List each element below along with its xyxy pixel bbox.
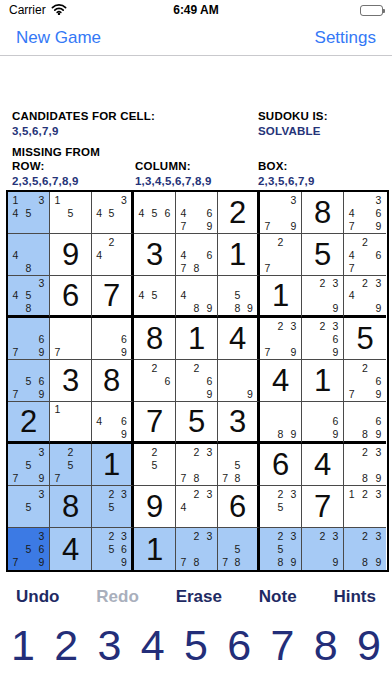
note-digit <box>135 361 148 374</box>
cell-r4c2[interactable]: 7 <box>50 318 92 360</box>
cell-r7c1[interactable]: 3579 <box>8 444 50 486</box>
note-digit <box>93 428 105 440</box>
note-digit: 3 <box>203 445 216 458</box>
redo-button[interactable]: Redo <box>96 587 139 607</box>
note-digit <box>93 319 105 332</box>
note-button[interactable]: Note <box>259 587 297 607</box>
cell-r9c3[interactable]: 23569 <box>92 528 134 570</box>
numpad-2[interactable]: 2 <box>54 622 78 669</box>
note-digit <box>9 500 22 513</box>
new-game-button[interactable]: New Game <box>16 28 101 48</box>
cell-r5c1[interactable]: 5679 <box>8 360 50 402</box>
candidate-notes: 5679 <box>9 361 48 400</box>
note-digit: 3 <box>287 319 300 332</box>
note-digit <box>219 445 231 458</box>
cell-r2c8[interactable]: 5 <box>302 234 344 276</box>
note-digit: 2 <box>64 445 77 458</box>
note-digit <box>51 319 64 332</box>
note-digit <box>203 513 216 526</box>
candidate-notes: 235 <box>261 487 300 526</box>
cell-r2c7[interactable]: 27 <box>260 234 302 276</box>
numpad-3[interactable]: 3 <box>98 622 122 669</box>
note-digit: 3 <box>118 529 130 542</box>
note-digit: 8 <box>231 471 243 484</box>
cell-r8c7[interactable]: 235 <box>260 486 302 528</box>
cell-r1c7[interactable]: 379 <box>260 192 302 234</box>
note-digit: 6 <box>35 542 48 555</box>
battery-icon <box>360 5 383 16</box>
note-digit: 5 <box>22 374 35 387</box>
note-digit <box>35 500 48 513</box>
candidate-notes: 69 <box>93 319 130 358</box>
note-digit <box>190 193 203 206</box>
cell-r4c6[interactable]: 4 <box>218 318 260 360</box>
note-digit <box>177 445 190 458</box>
info-panel: CANDIDATES FOR CELL: 3,5,6,7,9 SUDOKU IS… <box>12 110 392 188</box>
note-digit <box>316 289 329 301</box>
note-digit <box>161 445 174 458</box>
candidate-notes: 2378 <box>177 445 216 484</box>
note-digit <box>93 193 105 206</box>
note-digit: 2 <box>358 361 371 374</box>
cell-r8c4[interactable]: 9 <box>134 486 176 528</box>
note-digit: 4 <box>345 289 358 301</box>
note-digit <box>287 500 300 513</box>
cell-r1c2[interactable]: 15 <box>50 192 92 234</box>
note-digit <box>135 374 148 387</box>
cell-r3c8[interactable]: 239 <box>302 276 344 318</box>
note-digit <box>203 289 216 301</box>
note-digit <box>219 277 231 289</box>
cell-r9c8[interactable]: 239 <box>302 528 344 570</box>
note-digit <box>274 332 287 345</box>
note-digit <box>345 458 358 471</box>
candidate-notes: 26 <box>135 361 174 400</box>
note-digit <box>64 345 77 358</box>
note-digit <box>93 556 105 569</box>
note-digit: 7 <box>261 345 274 358</box>
note-digit <box>161 289 174 301</box>
note-digit <box>118 235 130 248</box>
cell-r2c3[interactable]: 24 <box>92 234 134 276</box>
cell-r9c7[interactable]: 23589 <box>260 528 302 570</box>
cell-r5c8[interactable]: 1 <box>302 360 344 402</box>
cell-r9c1[interactable]: 35679 <box>8 528 50 570</box>
cell-r6c5[interactable]: 5 <box>176 402 218 444</box>
cell-r4c9[interactable]: 5 <box>344 318 386 360</box>
note-digit <box>274 248 287 261</box>
note-digit <box>9 219 22 232</box>
clock: 6:49 AM <box>129 3 263 17</box>
note-digit: 5 <box>231 542 243 555</box>
note-digit: 1 <box>345 487 358 500</box>
note-digit: 9 <box>372 219 385 232</box>
note-digit <box>303 345 316 358</box>
note-digit <box>9 332 22 345</box>
candidate-notes: 578 <box>219 529 256 569</box>
note-digit <box>303 529 316 542</box>
note-digit <box>345 542 358 555</box>
note-digit: 9 <box>372 556 385 569</box>
note-digit: 3 <box>35 445 48 458</box>
cell-r8c1[interactable]: 35 <box>8 486 50 528</box>
cell-r3c9[interactable]: 2349 <box>344 276 386 318</box>
note-digit <box>190 542 203 555</box>
note-digit <box>118 206 130 219</box>
note-digit <box>303 332 316 345</box>
note-digit <box>219 458 231 471</box>
cell-r2c9[interactable]: 2467 <box>344 234 386 276</box>
note-digit: 3 <box>35 487 48 500</box>
note-digit <box>22 332 35 345</box>
note-digit: 6 <box>118 415 130 427</box>
note-digit <box>177 542 190 555</box>
note-digit: 5 <box>148 289 161 301</box>
note-digit <box>35 458 48 471</box>
cell-r5c3[interactable]: 8 <box>92 360 134 402</box>
cell-r3c2[interactable]: 6 <box>50 276 92 318</box>
note-digit <box>345 445 358 458</box>
cell-r2c4[interactable]: 3 <box>134 234 176 276</box>
note-digit: 6 <box>203 206 216 219</box>
note-digit <box>177 529 190 542</box>
hints-button[interactable]: Hints <box>333 587 376 607</box>
note-digit <box>303 428 316 440</box>
note-digit: 9 <box>244 387 256 400</box>
note-digit <box>372 458 385 471</box>
note-digit <box>203 277 216 289</box>
cell-r5c6[interactable]: 9 <box>218 360 260 402</box>
note-digit <box>261 529 274 542</box>
cell-r6c4[interactable]: 7 <box>134 402 176 444</box>
note-digit: 2 <box>190 361 203 374</box>
cell-r1c1[interactable]: 1345 <box>8 192 50 234</box>
note-digit <box>345 235 358 248</box>
candidate-notes: 23569 <box>93 529 130 569</box>
cell-r5c4[interactable]: 26 <box>134 360 176 402</box>
note-digit: 5 <box>148 458 161 471</box>
note-digit <box>148 219 161 232</box>
note-digit <box>22 193 35 206</box>
note-digit: 2 <box>105 235 117 248</box>
note-digit <box>372 542 385 555</box>
note-digit: 3 <box>118 487 130 500</box>
cell-r2c5[interactable]: 4678 <box>176 234 218 276</box>
cell-r4c4[interactable]: 8 <box>134 318 176 360</box>
note-digit <box>358 415 371 427</box>
cell-r8c2[interactable]: 8 <box>50 486 92 528</box>
note-digit <box>261 248 274 261</box>
note-digit: 5 <box>105 500 117 513</box>
note-digit <box>190 387 203 400</box>
note-digit: 2 <box>358 277 371 289</box>
cell-r8c3[interactable]: 235 <box>92 486 134 528</box>
note-digit <box>231 529 243 542</box>
cell-r9c6[interactable]: 578 <box>218 528 260 570</box>
cell-r3c4[interactable]: 45 <box>134 276 176 318</box>
note-digit <box>9 445 22 458</box>
note-digit <box>287 206 300 219</box>
note-digit <box>77 219 90 232</box>
note-digit <box>9 361 22 374</box>
cell-r4c3[interactable]: 69 <box>92 318 134 360</box>
note-digit <box>22 361 35 374</box>
cell-r1c5[interactable]: 4679 <box>176 192 218 234</box>
cell-r9c5[interactable]: 2378 <box>176 528 218 570</box>
note-digit <box>303 415 316 427</box>
cell-r9c9[interactable]: 2389 <box>344 528 386 570</box>
note-digit: 8 <box>358 471 371 484</box>
note-digit <box>22 487 35 500</box>
note-digit <box>51 332 64 345</box>
note-digit <box>9 529 22 542</box>
candidate-notes: 589 <box>219 277 256 314</box>
note-digit <box>190 374 203 387</box>
note-digit <box>93 487 105 500</box>
note-digit <box>161 387 174 400</box>
cell-r7c3[interactable]: 1 <box>92 444 134 486</box>
numpad-6[interactable]: 6 <box>227 622 251 669</box>
note-digit: 3 <box>35 529 48 542</box>
nav-bar: New Game Settings <box>0 20 392 56</box>
note-digit <box>135 302 148 314</box>
note-digit <box>177 302 190 314</box>
cell-r7c2[interactable]: 257 <box>50 444 92 486</box>
cell-r2c1[interactable]: 48 <box>8 234 50 276</box>
note-digit <box>77 332 90 345</box>
cell-r3c7[interactable]: 1 <box>260 276 302 318</box>
cell-value: 4 <box>302 444 343 485</box>
numpad-8[interactable]: 8 <box>314 622 338 669</box>
note-digit <box>316 345 329 358</box>
note-digit: 2 <box>274 235 287 248</box>
candidate-notes: 2369 <box>303 319 342 358</box>
candidate-notes: 3579 <box>9 445 48 484</box>
candidate-notes: 24 <box>93 235 130 274</box>
cell-r4c7[interactable]: 2379 <box>260 318 302 360</box>
note-digit <box>161 471 174 484</box>
cell-r7c6[interactable]: 578 <box>218 444 260 486</box>
numpad-1[interactable]: 1 <box>11 622 35 669</box>
note-digit <box>51 428 64 440</box>
note-digit <box>118 248 130 261</box>
cell-r5c9[interactable]: 2679 <box>344 360 386 402</box>
cell-value: 1 <box>302 360 343 401</box>
note-digit <box>345 556 358 569</box>
numpad-9[interactable]: 9 <box>357 622 381 669</box>
cell-value: 8 <box>92 360 131 401</box>
note-digit <box>219 387 231 400</box>
cell-value: 1 <box>92 444 131 485</box>
numpad-4[interactable]: 4 <box>141 622 165 669</box>
note-digit <box>261 513 274 526</box>
note-digit <box>287 248 300 261</box>
cell-r8c5[interactable]: 234 <box>176 486 218 528</box>
note-digit: 5 <box>274 542 287 555</box>
candidate-notes: 239 <box>303 529 342 569</box>
cell-r3c3[interactable]: 7 <box>92 276 134 318</box>
note-digit <box>35 235 48 248</box>
note-digit <box>161 458 174 471</box>
note-digit: 3 <box>329 277 342 289</box>
cell-r6c9[interactable]: 689 <box>344 402 386 444</box>
cell-r1c9[interactable]: 34679 <box>344 192 386 234</box>
note-digit: 8 <box>231 302 243 314</box>
cell-r7c7[interactable]: 6 <box>260 444 302 486</box>
cell-r4c1[interactable]: 679 <box>8 318 50 360</box>
note-digit <box>22 248 35 261</box>
note-digit: 6 <box>161 374 174 387</box>
undo-button[interactable]: Undo <box>16 587 59 607</box>
note-digit <box>287 542 300 555</box>
candidate-notes: 15 <box>51 193 90 232</box>
cell-r7c9[interactable]: 2389 <box>344 444 386 486</box>
note-digit <box>372 289 385 301</box>
note-digit: 3 <box>329 319 342 332</box>
cell-value: 2 <box>218 192 257 233</box>
cell-r3c6[interactable]: 589 <box>218 276 260 318</box>
cell-r6c6[interactable]: 3 <box>218 402 260 444</box>
note-digit <box>316 403 329 415</box>
cell-r4c8[interactable]: 2369 <box>302 318 344 360</box>
cell-r2c6[interactable]: 1 <box>218 234 260 276</box>
note-digit <box>35 319 48 332</box>
erase-button[interactable]: Erase <box>176 587 222 607</box>
note-digit: 3 <box>287 529 300 542</box>
note-digit: 3 <box>372 487 385 500</box>
note-digit <box>203 500 216 513</box>
note-digit <box>118 261 130 274</box>
cell-r8c6[interactable]: 6 <box>218 486 260 528</box>
note-digit <box>219 361 231 374</box>
note-digit <box>9 261 22 274</box>
note-digit <box>118 403 130 415</box>
note-digit: 7 <box>177 219 190 232</box>
cell-r5c7[interactable]: 4 <box>260 360 302 402</box>
note-digit: 2 <box>105 487 117 500</box>
cell-r8c8[interactable]: 7 <box>302 486 344 528</box>
cell-r4c5[interactable]: 1 <box>176 318 218 360</box>
note-digit: 8 <box>231 556 243 569</box>
note-digit: 6 <box>329 415 342 427</box>
note-digit: 4 <box>9 289 22 301</box>
note-digit: 6 <box>35 374 48 387</box>
note-digit <box>303 289 316 301</box>
cell-r7c4[interactable]: 25 <box>134 444 176 486</box>
cell-r1c6[interactable]: 2 <box>218 192 260 234</box>
note-digit: 3 <box>203 529 216 542</box>
note-digit: 3 <box>372 277 385 289</box>
note-digit: 8 <box>190 556 203 569</box>
cell-r7c8[interactable]: 4 <box>302 444 344 486</box>
cell-r3c1[interactable]: 3458 <box>8 276 50 318</box>
cell-r7c5[interactable]: 2378 <box>176 444 218 486</box>
note-digit <box>93 542 105 555</box>
note-digit <box>35 513 48 526</box>
note-digit: 9 <box>287 345 300 358</box>
note-digit <box>244 374 256 387</box>
candidate-notes: 2379 <box>261 319 300 358</box>
cell-value: 3 <box>218 402 257 441</box>
note-digit <box>35 206 48 219</box>
cell-r6c2[interactable]: 1 <box>50 402 92 444</box>
note-digit: 1 <box>51 193 64 206</box>
cell-r9c4[interactable]: 1 <box>134 528 176 570</box>
wifi-icon <box>51 3 67 18</box>
note-digit <box>287 261 300 274</box>
note-digit <box>105 319 117 332</box>
cell-r3c5[interactable]: 489 <box>176 276 218 318</box>
cell-r5c5[interactable]: 269 <box>176 360 218 402</box>
note-digit: 3 <box>203 487 216 500</box>
note-digit: 6 <box>118 542 130 555</box>
note-digit: 6 <box>161 206 174 219</box>
note-digit <box>219 289 231 301</box>
cell-r1c4[interactable]: 456 <box>134 192 176 234</box>
cell-r1c3[interactable]: 345 <box>92 192 134 234</box>
settings-button[interactable]: Settings <box>315 28 376 48</box>
note-digit <box>244 458 256 471</box>
note-digit: 6 <box>372 374 385 387</box>
cell-r9c2[interactable]: 4 <box>50 528 92 570</box>
note-digit <box>358 289 371 301</box>
note-digit: 9 <box>372 302 385 314</box>
note-digit <box>64 332 77 345</box>
numpad-7[interactable]: 7 <box>271 622 295 669</box>
cell-r6c3[interactable]: 469 <box>92 402 134 444</box>
sudoku-is-value: SOLVABLE <box>258 125 321 137</box>
cell-value: 8 <box>50 486 91 527</box>
cell-r6c7[interactable]: 89 <box>260 402 302 444</box>
cell-r5c2[interactable]: 3 <box>50 360 92 402</box>
note-digit <box>244 277 256 289</box>
candidate-notes: 345 <box>93 193 130 232</box>
note-digit <box>358 206 371 219</box>
cell-r2c2[interactable]: 9 <box>50 234 92 276</box>
note-digit <box>105 219 117 232</box>
note-digit: 6 <box>329 332 342 345</box>
number-pad: 123456789 <box>0 622 392 669</box>
note-digit <box>303 319 316 332</box>
note-digit: 2 <box>358 445 371 458</box>
note-digit <box>358 458 371 471</box>
note-digit <box>9 513 22 526</box>
note-digit <box>9 302 22 314</box>
note-digit <box>261 235 274 248</box>
note-digit: 5 <box>22 500 35 513</box>
cell-r6c8[interactable]: 69 <box>302 402 344 444</box>
note-digit <box>77 319 90 332</box>
note-digit <box>64 219 77 232</box>
note-digit <box>105 556 117 569</box>
note-digit: 4 <box>345 206 358 219</box>
box-missing-value: 2,3,5,6,7,9 <box>258 175 315 187</box>
note-digit <box>203 458 216 471</box>
note-digit <box>345 415 358 427</box>
note-digit <box>22 235 35 248</box>
cell-r1c8[interactable]: 8 <box>302 192 344 234</box>
cell-r6c1[interactable]: 2 <box>8 402 50 444</box>
numpad-5[interactable]: 5 <box>184 622 208 669</box>
note-digit: 9 <box>35 345 48 358</box>
note-digit: 9 <box>118 556 130 569</box>
note-digit <box>77 415 90 427</box>
note-digit: 3 <box>35 193 48 206</box>
note-digit: 5 <box>105 542 117 555</box>
cell-r8c9[interactable]: 123 <box>344 486 386 528</box>
note-digit <box>316 428 329 440</box>
note-digit <box>372 403 385 415</box>
